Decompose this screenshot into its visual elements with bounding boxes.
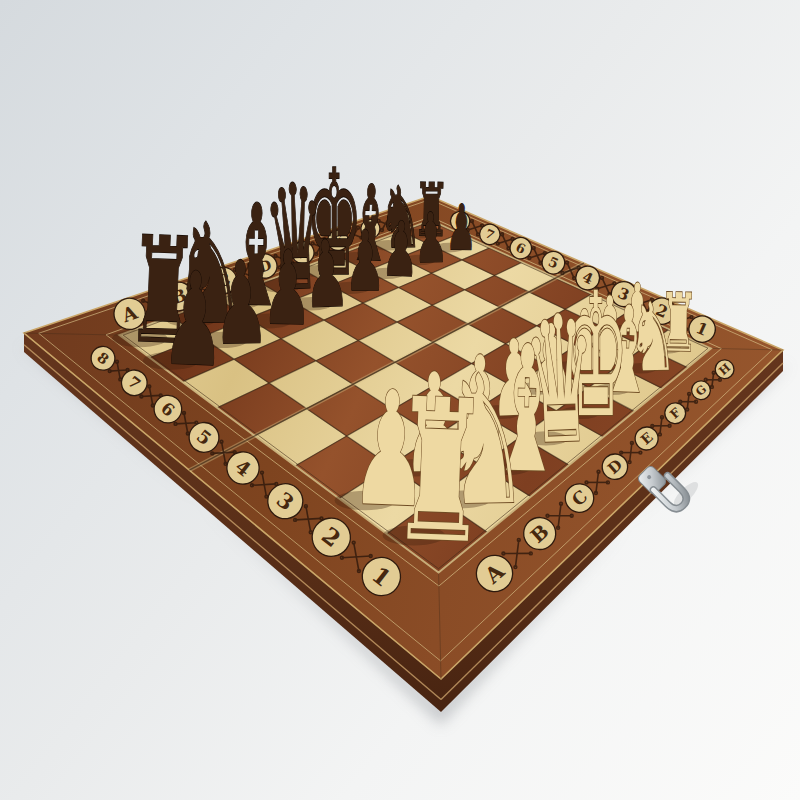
chessboard: 8765432187654321ABCDEFGHABCDEFGH♜♞♟♝♟♚♟♛…: [0, 0, 800, 800]
piece-black-pawn-h7: ♟: [445, 191, 477, 265]
piece-black-pawn-e7: ♟: [345, 213, 386, 310]
piece-white-rook-a1: ♜: [388, 357, 493, 587]
product-photo-scene: 8765432187654321ABCDEFGHABCDEFGH♜♞♟♝♟♚♟♛…: [0, 0, 800, 800]
piece-black-pawn-f7: ♟: [380, 204, 420, 293]
piece-black-pawn-a7: ♟: [160, 244, 229, 395]
